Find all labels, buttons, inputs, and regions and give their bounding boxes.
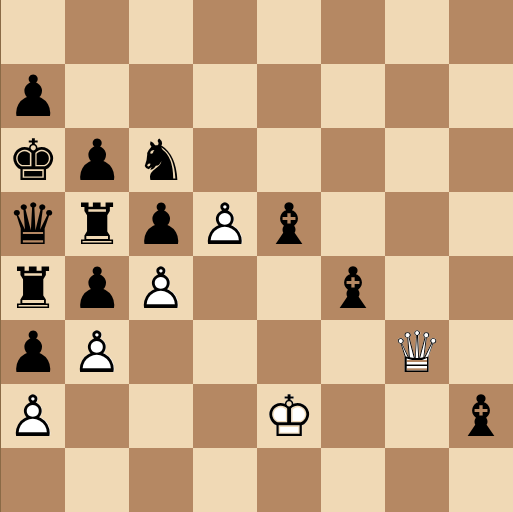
black-pawn-glyph: ♟ xyxy=(129,192,193,256)
square-h6[interactable] xyxy=(449,128,513,192)
square-g5[interactable] xyxy=(385,192,449,256)
square-b6[interactable]: ♟ xyxy=(65,128,129,192)
black-knight[interactable]: ♞ xyxy=(129,128,193,192)
square-b8[interactable] xyxy=(65,0,129,64)
black-pawn-glyph: ♟ xyxy=(65,256,129,320)
square-c8[interactable] xyxy=(129,0,193,64)
square-h3[interactable] xyxy=(449,320,513,384)
white-pawn[interactable]: ♟♙ xyxy=(193,192,257,256)
square-b5[interactable]: ♜ xyxy=(65,192,129,256)
square-a2[interactable]: ♟♙ xyxy=(1,384,65,448)
square-d4[interactable] xyxy=(193,256,257,320)
square-a6[interactable]: ♚ xyxy=(1,128,65,192)
square-a5[interactable]: ♛ xyxy=(1,192,65,256)
square-b4[interactable]: ♟ xyxy=(65,256,129,320)
black-queen[interactable]: ♛ xyxy=(1,192,65,256)
square-f6[interactable] xyxy=(321,128,385,192)
black-pawn-glyph: ♟ xyxy=(1,64,65,128)
square-c3[interactable] xyxy=(129,320,193,384)
square-b3[interactable]: ♟♙ xyxy=(65,320,129,384)
square-c5[interactable]: ♟ xyxy=(129,192,193,256)
black-bishop[interactable]: ♝ xyxy=(321,256,385,320)
square-h5[interactable] xyxy=(449,192,513,256)
square-f2[interactable] xyxy=(321,384,385,448)
white-king-outline: ♔ xyxy=(257,384,321,448)
black-pawn-glyph: ♟ xyxy=(1,320,65,384)
black-pawn[interactable]: ♟ xyxy=(65,128,129,192)
square-f3[interactable] xyxy=(321,320,385,384)
square-g6[interactable] xyxy=(385,128,449,192)
square-d6[interactable] xyxy=(193,128,257,192)
square-e7[interactable] xyxy=(257,64,321,128)
white-pawn[interactable]: ♟♙ xyxy=(129,256,193,320)
black-rook[interactable]: ♜ xyxy=(1,256,65,320)
square-a4[interactable]: ♜ xyxy=(1,256,65,320)
square-h8[interactable] xyxy=(449,0,513,64)
square-h1[interactable] xyxy=(449,448,513,512)
black-pawn[interactable]: ♟ xyxy=(129,192,193,256)
square-e8[interactable] xyxy=(257,0,321,64)
black-bishop[interactable]: ♝ xyxy=(449,384,513,448)
square-c1[interactable] xyxy=(129,448,193,512)
square-d3[interactable] xyxy=(193,320,257,384)
square-c4[interactable]: ♟♙ xyxy=(129,256,193,320)
square-g1[interactable] xyxy=(385,448,449,512)
black-bishop-glyph: ♝ xyxy=(449,384,513,448)
square-c2[interactable] xyxy=(129,384,193,448)
square-h7[interactable] xyxy=(449,64,513,128)
chess-board: ♟♚♟♞♛♜♟♟♙♝♜♟♟♙♝♟♟♙♛♕♟♙♚♔♝ xyxy=(0,0,513,512)
square-c6[interactable]: ♞ xyxy=(129,128,193,192)
white-pawn[interactable]: ♟♙ xyxy=(1,384,65,448)
square-b2[interactable] xyxy=(65,384,129,448)
black-pawn[interactable]: ♟ xyxy=(1,64,65,128)
square-e1[interactable] xyxy=(257,448,321,512)
square-d1[interactable] xyxy=(193,448,257,512)
square-g4[interactable] xyxy=(385,256,449,320)
black-pawn[interactable]: ♟ xyxy=(65,256,129,320)
black-rook-glyph: ♜ xyxy=(65,192,129,256)
square-a3[interactable]: ♟ xyxy=(1,320,65,384)
black-rook-glyph: ♜ xyxy=(1,256,65,320)
white-pawn[interactable]: ♟♙ xyxy=(65,320,129,384)
square-f7[interactable] xyxy=(321,64,385,128)
square-f5[interactable] xyxy=(321,192,385,256)
square-e2[interactable]: ♚♔ xyxy=(257,384,321,448)
square-b7[interactable] xyxy=(65,64,129,128)
white-pawn-outline: ♙ xyxy=(1,384,65,448)
square-f1[interactable] xyxy=(321,448,385,512)
square-e5[interactable]: ♝ xyxy=(257,192,321,256)
black-rook[interactable]: ♜ xyxy=(65,192,129,256)
square-g7[interactable] xyxy=(385,64,449,128)
black-bishop-glyph: ♝ xyxy=(257,192,321,256)
square-c7[interactable] xyxy=(129,64,193,128)
square-h2[interactable]: ♝ xyxy=(449,384,513,448)
black-knight-glyph: ♞ xyxy=(129,128,193,192)
square-f4[interactable]: ♝ xyxy=(321,256,385,320)
white-queen-outline: ♕ xyxy=(385,320,449,384)
square-d2[interactable] xyxy=(193,384,257,448)
black-bishop-glyph: ♝ xyxy=(321,256,385,320)
square-g3[interactable]: ♛♕ xyxy=(385,320,449,384)
square-a8[interactable] xyxy=(1,0,65,64)
black-bishop[interactable]: ♝ xyxy=(257,192,321,256)
square-b1[interactable] xyxy=(65,448,129,512)
black-queen-glyph: ♛ xyxy=(1,192,65,256)
white-pawn-outline: ♙ xyxy=(129,256,193,320)
square-g8[interactable] xyxy=(385,0,449,64)
white-pawn-outline: ♙ xyxy=(65,320,129,384)
white-pawn-outline: ♙ xyxy=(193,192,257,256)
black-king-glyph: ♚ xyxy=(1,128,65,192)
white-king[interactable]: ♚♔ xyxy=(257,384,321,448)
black-pawn[interactable]: ♟ xyxy=(1,320,65,384)
square-d8[interactable] xyxy=(193,0,257,64)
square-f8[interactable] xyxy=(321,0,385,64)
square-g2[interactable] xyxy=(385,384,449,448)
square-d5[interactable]: ♟♙ xyxy=(193,192,257,256)
square-a7[interactable]: ♟ xyxy=(1,64,65,128)
black-pawn-glyph: ♟ xyxy=(65,128,129,192)
square-h4[interactable] xyxy=(449,256,513,320)
white-queen[interactable]: ♛♕ xyxy=(385,320,449,384)
square-e3[interactable] xyxy=(257,320,321,384)
square-d7[interactable] xyxy=(193,64,257,128)
black-king[interactable]: ♚ xyxy=(1,128,65,192)
square-a1[interactable] xyxy=(1,448,65,512)
square-e4[interactable] xyxy=(257,256,321,320)
square-e6[interactable] xyxy=(257,128,321,192)
